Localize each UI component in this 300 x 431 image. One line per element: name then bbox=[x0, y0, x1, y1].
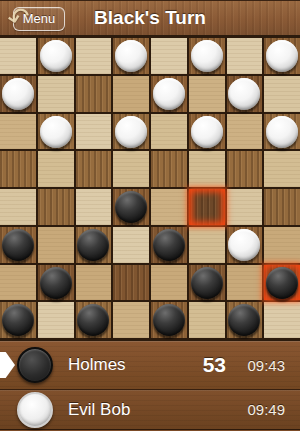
square-r6c5[interactable] bbox=[189, 265, 225, 301]
board bbox=[0, 35, 300, 341]
panel-bottom-edge bbox=[0, 429, 300, 430]
player-row-evil-bob[interactable]: Evil Bob 09:49 bbox=[0, 389, 300, 429]
square-r6c4[interactable] bbox=[151, 265, 187, 301]
black-piece[interactable] bbox=[2, 229, 34, 261]
square-r5c3[interactable] bbox=[113, 227, 149, 263]
black-piece[interactable] bbox=[40, 267, 72, 299]
square-r7c4[interactable] bbox=[151, 302, 187, 338]
square-r0c6[interactable] bbox=[227, 38, 263, 74]
square-r1c0[interactable] bbox=[0, 76, 36, 112]
square-r3c6[interactable] bbox=[227, 151, 263, 187]
turn-pointer-icon bbox=[0, 352, 15, 378]
square-r0c7[interactable] bbox=[264, 38, 300, 74]
square-r4c4[interactable] bbox=[151, 189, 187, 225]
checkers-app: Menu Black's Turn ↶ Holmes 53 09:43 Evil… bbox=[0, 0, 300, 431]
white-piece-avatar bbox=[17, 392, 53, 428]
square-r7c2[interactable] bbox=[76, 302, 112, 338]
square-r1c5[interactable] bbox=[189, 76, 225, 112]
white-piece[interactable] bbox=[2, 78, 34, 110]
player-name: Holmes bbox=[68, 355, 203, 375]
square-r4c0[interactable] bbox=[0, 189, 36, 225]
square-r6c2[interactable] bbox=[76, 265, 112, 301]
white-piece[interactable] bbox=[115, 40, 147, 72]
square-r4c7[interactable] bbox=[264, 189, 300, 225]
square-r3c2[interactable] bbox=[76, 151, 112, 187]
black-piece[interactable] bbox=[77, 229, 109, 261]
black-piece[interactable] bbox=[77, 304, 109, 336]
square-r3c5[interactable] bbox=[189, 151, 225, 187]
player-score: 53 bbox=[203, 353, 226, 377]
square-r1c4[interactable] bbox=[151, 76, 187, 112]
player-row-holmes[interactable]: Holmes 53 09:43 bbox=[0, 341, 300, 389]
black-piece[interactable] bbox=[153, 304, 185, 336]
white-piece[interactable] bbox=[115, 116, 147, 148]
square-r4c2[interactable] bbox=[76, 189, 112, 225]
square-r1c7[interactable] bbox=[264, 76, 300, 112]
square-r6c0[interactable] bbox=[0, 265, 36, 301]
square-r4c3[interactable] bbox=[113, 189, 149, 225]
white-piece[interactable] bbox=[228, 229, 260, 261]
square-r2c5[interactable] bbox=[189, 114, 225, 150]
square-r0c4[interactable] bbox=[151, 38, 187, 74]
square-r5c2[interactable] bbox=[76, 227, 112, 263]
square-r0c1[interactable] bbox=[38, 38, 74, 74]
square-r2c3[interactable] bbox=[113, 114, 149, 150]
square-r1c6[interactable] bbox=[227, 76, 263, 112]
square-r6c3[interactable] bbox=[113, 265, 149, 301]
square-r4c5[interactable] bbox=[189, 189, 225, 225]
black-piece-avatar bbox=[17, 347, 53, 383]
square-r5c6[interactable] bbox=[227, 227, 263, 263]
square-r5c4[interactable] bbox=[151, 227, 187, 263]
black-piece[interactable] bbox=[191, 267, 223, 299]
square-r4c6[interactable] bbox=[227, 189, 263, 225]
square-r3c3[interactable] bbox=[113, 151, 149, 187]
square-r5c0[interactable] bbox=[0, 227, 36, 263]
player-name: Evil Bob bbox=[68, 400, 226, 420]
square-r5c7[interactable] bbox=[264, 227, 300, 263]
black-piece[interactable] bbox=[153, 229, 185, 261]
black-piece[interactable] bbox=[2, 304, 34, 336]
header-bar: Menu Black's Turn bbox=[0, 0, 300, 35]
black-piece[interactable] bbox=[115, 191, 147, 223]
square-r7c0[interactable] bbox=[0, 302, 36, 338]
white-piece[interactable] bbox=[266, 40, 298, 72]
player-clock: 09:49 bbox=[235, 401, 285, 418]
square-r6c7[interactable] bbox=[264, 265, 300, 301]
square-r7c7[interactable] bbox=[264, 302, 300, 338]
square-r0c0[interactable] bbox=[0, 38, 36, 74]
square-r0c5[interactable] bbox=[189, 38, 225, 74]
square-r1c3[interactable] bbox=[113, 76, 149, 112]
white-piece[interactable] bbox=[228, 78, 260, 110]
white-piece[interactable] bbox=[153, 78, 185, 110]
square-r1c2[interactable] bbox=[76, 76, 112, 112]
square-r7c6[interactable] bbox=[227, 302, 263, 338]
square-r6c1[interactable] bbox=[38, 265, 74, 301]
white-piece[interactable] bbox=[40, 40, 72, 72]
square-r7c1[interactable] bbox=[38, 302, 74, 338]
white-piece[interactable] bbox=[191, 40, 223, 72]
turn-status-title: Black's Turn bbox=[0, 7, 300, 29]
player-clock: 09:43 bbox=[235, 357, 285, 374]
square-r2c0[interactable] bbox=[0, 114, 36, 150]
square-r4c1[interactable] bbox=[38, 189, 74, 225]
square-r2c1[interactable] bbox=[38, 114, 74, 150]
square-r6c6[interactable] bbox=[227, 265, 263, 301]
square-r2c2[interactable] bbox=[76, 114, 112, 150]
square-r3c1[interactable] bbox=[38, 151, 74, 187]
square-r2c6[interactable] bbox=[227, 114, 263, 150]
square-r5c1[interactable] bbox=[38, 227, 74, 263]
square-r3c7[interactable] bbox=[264, 151, 300, 187]
square-r3c0[interactable] bbox=[0, 151, 36, 187]
square-r7c5[interactable] bbox=[189, 302, 225, 338]
white-piece[interactable] bbox=[191, 116, 223, 148]
black-piece[interactable] bbox=[266, 267, 298, 299]
black-piece[interactable] bbox=[228, 304, 260, 336]
white-piece[interactable] bbox=[40, 116, 72, 148]
square-r1c1[interactable] bbox=[38, 76, 74, 112]
square-r2c4[interactable] bbox=[151, 114, 187, 150]
player-panel: Holmes 53 09:43 Evil Bob 09:49 bbox=[0, 341, 300, 431]
white-piece[interactable] bbox=[266, 116, 298, 148]
square-r3c4[interactable] bbox=[151, 151, 187, 187]
square-r0c2[interactable] bbox=[76, 38, 112, 74]
square-r2c7[interactable] bbox=[264, 114, 300, 150]
square-r5c5[interactable] bbox=[189, 227, 225, 263]
square-r7c3[interactable] bbox=[113, 302, 149, 338]
square-r0c3[interactable] bbox=[113, 38, 149, 74]
